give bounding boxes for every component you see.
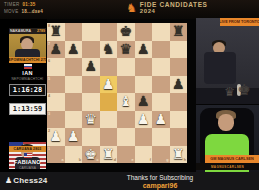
square-f3[interactable]: ♟ [135,111,153,129]
square-e2[interactable] [117,128,135,146]
ticker-player-rating: 2789 [37,29,45,33]
candidates-logo-icon: ♞ [126,1,137,15]
chess-board: 8♜♚♜7♟♟♞♛♟6♟5♟♟4♝♟3♛♟♟2♟♟1abc♚d♜efgh♜ [47,23,187,163]
player-top-first-name: IAN [9,70,46,76]
pawn-icon: ♟ [5,176,12,185]
square-d1[interactable]: d♜ [100,146,118,164]
black-pawn-f4: ♟ [137,93,150,110]
white-bishop-e4: ♝ [119,93,132,110]
square-f1[interactable]: f [135,146,153,164]
decorative-queen-piece: ♛ [224,85,235,100]
square-h7[interactable] [170,41,188,59]
white-rook-h1: ♜ [172,146,185,163]
square-h5[interactable]: ♟ [170,76,188,94]
player-bottom-last-name: CARUANA [9,166,46,170]
square-g4[interactable] [152,93,170,111]
rank-label-8: 8 [48,24,50,28]
rank-label-7: 7 [48,42,50,46]
square-f2[interactable] [135,128,153,146]
file-label-h: h [184,158,186,162]
square-g6[interactable] [152,58,170,76]
rank-label-1: 1 [48,147,50,151]
square-b3[interactable] [65,111,83,129]
subscriber-name: campari96 [88,182,232,190]
player-bottom-first-name: FABIANO [9,159,46,165]
header-stats: TIMER 01:35 MOVE 18...dxe4 [4,2,43,16]
player-bottom-flag [24,153,32,158]
square-f5[interactable] [135,76,153,94]
square-a7[interactable]: 7♟ [47,41,65,59]
square-h1[interactable]: h♜ [170,146,188,164]
square-f4[interactable]: ♟ [135,93,153,111]
square-a6[interactable]: 6 [47,58,65,76]
file-label-d: d [114,158,116,162]
square-b1[interactable]: b [65,146,83,164]
rank-label-2: 2 [48,129,50,133]
gm-name-banner: GM MAGNUS CARLSEN [205,155,259,163]
black-rook-a8: ♜ [49,23,62,40]
rank-label-6: 6 [48,59,50,63]
square-c3[interactable]: ♛ [82,111,100,129]
white-king-c1: ♚ [84,146,97,163]
square-c1[interactable]: c♚ [82,146,100,164]
square-h4[interactable] [170,93,188,111]
square-a2[interactable]: 2♟ [47,128,65,146]
square-a3[interactable]: 3 [47,111,65,129]
square-g1[interactable]: g [152,146,170,164]
black-rook-h8: ♜ [172,23,185,40]
players-panel: NAKAMURA 2789 NEPOMNIACHTCHI 2758 IAN NE… [0,19,47,190]
square-c6[interactable]: ♟ [82,58,100,76]
square-h8[interactable]: ♜ [170,23,188,41]
square-d7[interactable]: ♞ [100,41,118,59]
player-top-photo [9,34,46,57]
event-branding: ♞ FIDE CANDIDATES 2024 [126,1,208,15]
white-clock: 1:13:59 [9,103,46,115]
square-e8[interactable]: ♚ [117,23,135,41]
header-bar: TIMER 01:35 MOVE 18...dxe4 ♞ FIDE CANDID… [0,0,259,19]
black-queen-e7: ♛ [119,41,132,58]
square-c8[interactable] [82,23,100,41]
square-g8[interactable] [152,23,170,41]
carlsen-face [218,114,234,131]
player-top-flag [24,64,32,69]
footer-bar: ♟ Chess24 Thanks for Subscribing campari… [0,172,259,190]
black-king-e8: ♚ [119,23,132,40]
square-d5[interactable]: ♟ [100,76,118,94]
subscription-message: Thanks for Subscribing campari96 [88,174,232,190]
square-g7[interactable] [152,41,170,59]
square-f8[interactable] [135,23,153,41]
thanks-text: Thanks for Subscribing [88,174,232,182]
square-a4[interactable]: 4 [47,93,65,111]
black-clock: 1:16:28 [9,84,46,96]
square-h2[interactable] [170,128,188,146]
ticker-player-name: NAKAMURA [10,29,31,33]
square-c4[interactable] [82,93,100,111]
white-rook-d1: ♜ [102,146,115,163]
square-c2[interactable] [82,128,100,146]
black-pawn-a7: ♟ [49,41,62,58]
file-label-b: b [79,158,81,162]
live-from-banner: LIVE FROM TORONTO [220,18,259,26]
square-f6[interactable] [135,58,153,76]
square-b7[interactable]: ♟ [65,41,83,59]
square-a8[interactable]: 8♜ [47,23,65,41]
carlsen-video-feed[interactable]: GM MAGNUS CARLSEN MAGNUSCARLSEN [196,105,259,172]
square-a5[interactable]: 5 [47,76,65,94]
black-pawn-f7: ♟ [137,41,150,58]
timer-value: 01:35 [23,2,36,7]
square-h3[interactable] [170,111,188,129]
player-top-last-name: NEPOMNIACHTCHI [9,77,46,81]
event-title: FIDE CANDIDATES [140,1,208,8]
square-d6[interactable] [100,58,118,76]
black-knight-d7: ♞ [102,41,115,58]
white-pawn-a2: ♟ [49,128,62,145]
white-pawn-d5: ♟ [102,76,115,93]
commentary-video-feed[interactable]: ♚ ♛ LIVE FROM TORONTO [196,18,259,104]
square-b4[interactable] [65,93,83,111]
timer-label: TIMER [4,2,20,7]
move-value: 18...dxe4 [21,9,43,14]
square-e6[interactable] [117,58,135,76]
decorative-king-piece: ♚ [238,83,251,98]
player-bottom-namebar: CARUANA 2803 [9,146,46,152]
square-g5[interactable] [152,76,170,94]
square-b2[interactable]: ♟ [65,128,83,146]
square-e5[interactable] [117,76,135,94]
gm-handle-bar: MAGNUSCARLSEN [196,163,259,170]
square-f7[interactable]: ♟ [135,41,153,59]
square-e1[interactable]: e [117,146,135,164]
square-d3[interactable] [100,111,118,129]
chess24-logo[interactable]: ♟ Chess24 [5,176,47,185]
rank-label-4: 4 [48,94,50,98]
rank-label-3: 3 [48,112,50,116]
square-e4[interactable]: ♝ [117,93,135,111]
white-pawn-f3: ♟ [137,111,150,128]
black-pawn-c6: ♟ [84,58,97,75]
square-b5[interactable] [65,76,83,94]
rank-label-5: 5 [48,77,50,81]
white-queen-c3: ♛ [84,111,97,128]
commentator-body [204,52,236,84]
black-pawn-b7: ♟ [67,41,80,58]
file-label-g: g [166,158,168,162]
event-year: 2024 [140,8,208,15]
square-a1[interactable]: 1a [47,146,65,164]
file-label-a: a [61,158,63,162]
white-pawn-b2: ♟ [67,128,80,145]
black-pawn-h5: ♟ [172,76,185,93]
square-g2[interactable] [152,128,170,146]
square-b8[interactable] [65,23,83,41]
player-top-namebar: NEPOMNIACHTCHI 2758 [9,57,46,63]
square-d2[interactable] [100,128,118,146]
square-e3[interactable] [117,111,135,129]
square-b6[interactable] [65,58,83,76]
file-label-e: e [131,158,133,162]
square-g3[interactable]: ♟ [152,111,170,129]
move-label: MOVE [4,9,18,14]
stream-frame: TIMER 01:35 MOVE 18...dxe4 ♞ FIDE CANDID… [0,0,259,190]
brand-text: Chess24 [13,176,47,185]
file-label-c: c [96,158,98,162]
square-d8[interactable] [100,23,118,41]
square-d4[interactable] [100,93,118,111]
square-c5[interactable] [82,76,100,94]
square-c7[interactable] [82,41,100,59]
square-h6[interactable] [170,58,188,76]
white-pawn-g3: ♟ [154,111,167,128]
square-e7[interactable]: ♛ [117,41,135,59]
player-top-suit [15,49,40,57]
file-label-f: f [150,158,151,162]
